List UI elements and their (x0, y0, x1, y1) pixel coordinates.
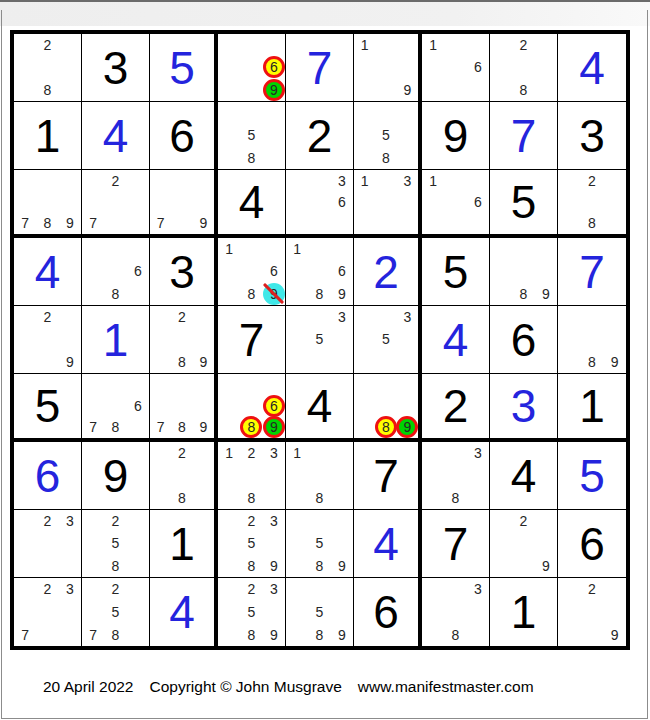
pencil-grid: 27 (82, 170, 149, 234)
pencil-digit: 8 (112, 420, 120, 434)
pencil-digit: 8 (316, 491, 324, 505)
cell-r7c4[interactable]: 1238 (218, 442, 286, 510)
cell-r5c4[interactable]: 7 (218, 306, 286, 374)
pencil-mark: 6 (127, 260, 149, 282)
pencil-digit: 8 (178, 420, 186, 434)
pencil-digit: 8 (520, 287, 528, 301)
pencil-mark: 6 (467, 191, 489, 212)
pencil-mark: 5 (240, 124, 262, 146)
pencil-mark: 3 (59, 510, 81, 532)
pencil-mark: 9 (263, 555, 285, 577)
solved-digit: 4 (14, 238, 81, 305)
cell-r1c4[interactable]: 69 (218, 34, 286, 102)
pencil-mark: 2 (240, 578, 262, 601)
given-digit: 6 (354, 578, 418, 646)
pencil-mark: 1 (286, 238, 308, 260)
pencil-grid: 38 (422, 578, 489, 646)
pencil-mark: 1 (354, 170, 375, 191)
pencil-grid: 89 (558, 306, 626, 373)
pencil-mark: 8 (104, 555, 126, 577)
pencil-digit: 8 (588, 216, 596, 230)
pencil-digit: 7 (157, 216, 165, 230)
cell-r1c6[interactable]: 19 (354, 34, 422, 102)
pencil-mark: 7 (150, 417, 171, 438)
pencil-digit: 7 (157, 420, 165, 434)
pencil-mark: 2 (240, 510, 262, 532)
pencil-mark: 3 (331, 170, 353, 191)
solved-digit: 4 (150, 578, 214, 646)
pencil-mark: 9 (193, 351, 214, 373)
footer: 20 April 2022Copyright © John Musgraveww… (43, 678, 550, 696)
pencil-grid: 28 (558, 170, 626, 234)
pencil-digit: 2 (44, 582, 52, 596)
pencil-mark: 1 (422, 170, 444, 191)
pencil-mark: 6 (263, 260, 285, 282)
given-digit: 9 (82, 442, 149, 509)
pencil-mark: 2 (171, 306, 192, 328)
pencil-mark: 5 (240, 601, 262, 624)
pencil-digit: 9 (270, 559, 278, 573)
cell-r5c1[interactable]: 29 (14, 306, 82, 374)
pencil-digit: 2 (112, 174, 120, 188)
cell-r3c9[interactable]: 28 (558, 170, 626, 238)
pencil-mark: 2 (104, 170, 126, 191)
pencil-mark: 8 (171, 487, 192, 509)
pencil-digit: 2 (112, 514, 120, 528)
pencil-digit: 6 (270, 264, 278, 278)
cell-r1c3[interactable]: 5 (150, 34, 218, 102)
pencil-grid: 29 (558, 578, 626, 646)
given-digit: 3 (150, 238, 214, 305)
pencil-digit: 1 (361, 174, 369, 188)
solved-digit: 7 (490, 102, 557, 169)
pencil-digit: 8 (112, 559, 120, 573)
cell-r4c2[interactable]: 68 (82, 238, 150, 306)
footer-website: www.manifestmaster.com (358, 678, 534, 695)
pencil-mark: 6 (467, 56, 489, 78)
given-digit: 4 (490, 442, 557, 509)
cell-r1c5[interactable]: 7 (286, 34, 354, 102)
pencil-mark: 2 (36, 34, 58, 56)
pencil-mark: 2 (512, 34, 534, 56)
pencil-mark: 9 (603, 623, 626, 646)
pencil-mark: 1 (218, 238, 240, 260)
given-digit: 2 (286, 102, 353, 169)
pencil-mark: 2 (512, 510, 534, 532)
pencil-digit: 8 (44, 83, 52, 97)
cell-r5c5[interactable]: 35 (286, 306, 354, 374)
pencil-digit: 2 (520, 514, 528, 528)
pencil-digit: 8 (316, 628, 324, 642)
cell-r2c7[interactable]: 9 (422, 102, 490, 170)
pencil-mark: 9 (263, 283, 285, 305)
pencil-grid: 589 (286, 578, 353, 646)
given-digit: 4 (286, 374, 353, 438)
cell-r7c7[interactable]: 38 (422, 442, 490, 510)
cell-r4c9[interactable]: 7 (558, 238, 626, 306)
pencil-digit: 9 (66, 216, 74, 230)
pencil-grid: 16 (422, 34, 489, 101)
pencil-mark: 3 (263, 510, 285, 532)
given-digit: 6 (150, 102, 214, 169)
pencil-grid: 29 (14, 306, 81, 373)
pencil-mark: 8 (308, 555, 330, 577)
cell-r5c7[interactable]: 4 (422, 306, 490, 374)
cell-r6c3[interactable]: 789 (150, 374, 218, 442)
solved-digit: 3 (490, 374, 557, 438)
pencil-digit: 5 (382, 332, 390, 346)
pencil-digit: 6 (134, 399, 142, 413)
pencil-digit: 9 (199, 216, 207, 230)
cell-r9c3[interactable]: 4 (150, 578, 218, 646)
pencil-mark: 8 (104, 623, 126, 646)
cell-r8c2[interactable]: 258 (82, 510, 150, 578)
solved-digit: 1 (82, 306, 149, 373)
pencil-mark: 9 (193, 417, 214, 438)
solved-digit: 5 (558, 442, 626, 509)
pencil-digit: 6 (338, 195, 346, 209)
given-digit: 2 (422, 374, 489, 438)
given-digit: 5 (14, 374, 81, 438)
pencil-digit: 8 (44, 216, 52, 230)
cell-r8c4[interactable]: 23589 (218, 510, 286, 578)
pencil-digit: 5 (316, 536, 324, 550)
pencil-digit: 2 (44, 514, 52, 528)
pencil-grid: 13 (354, 170, 418, 234)
pencil-digit: 1 (429, 38, 437, 52)
cell-r1c9[interactable]: 4 (558, 34, 626, 102)
pencil-mark: 9 (59, 213, 81, 234)
cell-r9c7[interactable]: 38 (422, 578, 490, 646)
pencil-digit: 1 (293, 446, 301, 460)
pencil-mark: 9 (397, 79, 418, 101)
pencil-digit: 1 (429, 174, 437, 188)
pencil-digit: 2 (178, 446, 186, 460)
pencil-digit: 9 (403, 420, 411, 434)
pencil-mark: 5 (375, 124, 396, 146)
given-digit: 1 (558, 374, 626, 438)
pencil-digit: 8 (588, 355, 596, 369)
cell-r2c3[interactable]: 6 (150, 102, 218, 170)
cell-r5c6[interactable]: 35 (354, 306, 422, 374)
solved-digit: 6 (14, 442, 81, 509)
pencil-grid: 79 (150, 170, 214, 234)
pencil-mark: 8 (104, 417, 126, 438)
cell-r2c1[interactable]: 1 (14, 102, 82, 170)
cell-r8c7[interactable]: 7 (422, 510, 490, 578)
cell-r2c6[interactable]: 58 (354, 102, 422, 170)
cell-r6c2[interactable]: 678 (82, 374, 150, 442)
pencil-mark: 7 (82, 623, 104, 646)
pencil-grid: 23589 (218, 510, 285, 577)
pencil-grid: 789 (14, 170, 81, 234)
cell-r3c8[interactable]: 5 (490, 170, 558, 238)
pencil-grid: 89 (354, 374, 418, 438)
cell-r9c6[interactable]: 6 (354, 578, 422, 646)
pencil-digit: 9 (611, 628, 619, 642)
cell-r2c4[interactable]: 58 (218, 102, 286, 170)
cell-r8c8[interactable]: 29 (490, 510, 558, 578)
given-digit: 1 (490, 578, 557, 646)
pencil-grid: 258 (82, 510, 149, 577)
cell-r5c3[interactable]: 289 (150, 306, 218, 374)
cell-r3c4[interactable]: 4 (218, 170, 286, 238)
cell-r3c2[interactable]: 27 (82, 170, 150, 238)
cell-r3c1[interactable]: 789 (14, 170, 82, 238)
cell-r6c9[interactable]: 1 (558, 374, 626, 442)
pencil-digit: 8 (520, 83, 528, 97)
solved-digit: 7 (286, 34, 353, 101)
pencil-grid: 678 (82, 374, 149, 438)
cell-r1c8[interactable]: 28 (490, 34, 558, 102)
pencil-mark: 9 (263, 623, 285, 646)
cell-r5c9[interactable]: 89 (558, 306, 626, 374)
cell-r5c8[interactable]: 6 (490, 306, 558, 374)
pencil-digit: 3 (338, 174, 346, 188)
cell-r6c8[interactable]: 3 (490, 374, 558, 442)
cell-r6c5[interactable]: 4 (286, 374, 354, 442)
cell-r7c2[interactable]: 9 (82, 442, 150, 510)
pencil-mark: 3 (263, 442, 285, 464)
pencil-mark: 8 (512, 79, 534, 101)
pencil-digit: 8 (248, 628, 256, 642)
pencil-digit: 1 (225, 446, 233, 460)
pencil-digit: 1 (225, 242, 233, 256)
pencil-digit: 8 (382, 151, 390, 165)
pencil-digit: 6 (134, 264, 142, 278)
cell-r8c6[interactable]: 4 (354, 510, 422, 578)
solved-digit: 4 (354, 510, 418, 577)
pencil-grid: 58 (354, 102, 418, 169)
pencil-grid: 23589 (218, 578, 285, 646)
cell-r6c1[interactable]: 5 (14, 374, 82, 442)
cell-r4c8[interactable]: 89 (490, 238, 558, 306)
pencil-mark: 2 (36, 510, 58, 532)
cell-r6c4[interactable]: 689 (218, 374, 286, 442)
pencil-grid: 28 (150, 442, 214, 509)
pencil-digit: 1 (361, 38, 369, 52)
pencil-mark: 7 (14, 623, 36, 646)
cell-r9c5[interactable]: 589 (286, 578, 354, 646)
cell-r7c8[interactable]: 4 (490, 442, 558, 510)
pencil-grid: 36 (286, 170, 353, 234)
pencil-digit: 3 (474, 582, 482, 596)
pencil-grid: 689 (218, 374, 285, 438)
pencil-mark: 8 (171, 417, 192, 438)
pencil-mark: 8 (444, 623, 466, 646)
pencil-mark: 6 (127, 395, 149, 416)
cell-r4c6[interactable]: 2 (354, 238, 422, 306)
cell-r9c1[interactable]: 237 (14, 578, 82, 646)
cell-r4c3[interactable]: 3 (150, 238, 218, 306)
pencil-grid: 58 (218, 102, 285, 169)
pencil-mark: 5 (104, 532, 126, 554)
cell-r7c9[interactable]: 5 (558, 442, 626, 510)
pencil-mark: 3 (263, 578, 285, 601)
cell-r8c1[interactable]: 23 (14, 510, 82, 578)
cell-r7c3[interactable]: 28 (150, 442, 218, 510)
solved-digit: 4 (82, 102, 149, 169)
cell-r2c2[interactable]: 4 (82, 102, 150, 170)
cell-r4c7[interactable]: 5 (422, 238, 490, 306)
pencil-mark: 8 (240, 487, 262, 509)
pencil-digit: 8 (248, 420, 256, 434)
pencil-digit: 9 (338, 628, 346, 642)
given-digit: 1 (14, 102, 81, 169)
cell-r9c9[interactable]: 29 (558, 578, 626, 646)
pencil-mark: 2 (581, 578, 604, 601)
pencil-digit: 8 (452, 628, 460, 642)
pencil-digit: 3 (270, 446, 278, 460)
cell-r2c5[interactable]: 2 (286, 102, 354, 170)
pencil-mark: 8 (444, 487, 466, 509)
pencil-grid: 18 (286, 442, 353, 509)
pencil-grid: 35 (286, 306, 353, 373)
cell-r1c2[interactable]: 3 (82, 34, 150, 102)
pencil-mark: 2 (581, 170, 604, 191)
pencil-digit: 5 (112, 536, 120, 550)
pencil-mark: 8 (240, 283, 262, 305)
pencil-digit: 2 (178, 310, 186, 324)
pencil-mark: 9 (59, 351, 81, 373)
pencil-mark: 5 (104, 601, 126, 624)
pencil-mark: 9 (331, 283, 353, 305)
cell-r2c9[interactable]: 3 (558, 102, 626, 170)
cell-r7c5[interactable]: 18 (286, 442, 354, 510)
pencil-mark: 8 (375, 417, 396, 438)
pencil-mark: 1 (286, 442, 308, 464)
pencil-mark: 7 (150, 213, 171, 234)
pencil-mark: 8 (36, 213, 58, 234)
solved-digit: 4 (422, 306, 489, 373)
pencil-digit: 2 (44, 38, 52, 52)
pencil-grid: 69 (218, 34, 285, 101)
pencil-mark: 8 (171, 351, 192, 373)
pencil-digit: 8 (248, 287, 256, 301)
pencil-digit: 3 (66, 514, 74, 528)
pencil-grid: 35 (354, 306, 418, 373)
pencil-mark: 3 (467, 578, 489, 601)
cell-r5c2[interactable]: 1 (82, 306, 150, 374)
pencil-digit: 9 (403, 83, 411, 97)
pencil-digit: 8 (248, 559, 256, 573)
pencil-digit: 9 (542, 559, 550, 573)
pencil-digit: 9 (338, 287, 346, 301)
pencil-mark: 2 (104, 510, 126, 532)
solved-digit: 7 (558, 238, 626, 305)
cell-r1c7[interactable]: 16 (422, 34, 490, 102)
pencil-digit: 3 (403, 174, 411, 188)
pencil-mark: 3 (331, 306, 353, 328)
pencil-mark: 8 (581, 351, 604, 373)
pencil-digit: 3 (474, 446, 482, 460)
pencil-mark: 8 (308, 623, 330, 646)
pencil-mark: 6 (263, 395, 285, 416)
cell-r7c1[interactable]: 6 (14, 442, 82, 510)
cell-r6c7[interactable]: 2 (422, 374, 490, 442)
pencil-grid: 68 (82, 238, 149, 305)
pencil-mark: 8 (240, 417, 262, 438)
pencil-mark: 6 (331, 260, 353, 282)
given-digit: 7 (218, 306, 285, 373)
cell-r3c6[interactable]: 13 (354, 170, 422, 238)
cell-r7c6[interactable]: 7 (354, 442, 422, 510)
pencil-digit: 7 (21, 216, 29, 230)
cell-r4c4[interactable]: 1689 (218, 238, 286, 306)
pencil-digit: 7 (89, 420, 97, 434)
pencil-grid: 1238 (218, 442, 285, 509)
pencil-digit: 2 (520, 38, 528, 52)
pencil-digit: 5 (248, 536, 256, 550)
pencil-digit: 8 (248, 151, 256, 165)
pencil-mark: 3 (467, 442, 489, 464)
cell-r4c5[interactable]: 1689 (286, 238, 354, 306)
pencil-mark: 1 (218, 442, 240, 464)
pencil-digit: 3 (270, 582, 278, 596)
given-digit: 7 (422, 510, 489, 577)
pencil-grid: 2578 (82, 578, 149, 646)
cell-r8c5[interactable]: 589 (286, 510, 354, 578)
pencil-mark: 6 (331, 191, 353, 212)
pencil-digit: 8 (112, 628, 120, 642)
solved-digit: 5 (150, 34, 214, 101)
footer-copyright: Copyright © John Musgrave (150, 678, 342, 695)
pencil-mark: 5 (308, 328, 330, 350)
pencil-grid: 29 (490, 510, 557, 577)
cell-r8c9[interactable]: 6 (558, 510, 626, 578)
cell-r9c8[interactable]: 1 (490, 578, 558, 646)
pencil-digit: 5 (248, 605, 256, 619)
solved-digit: 4 (558, 34, 626, 101)
cell-r4c1[interactable]: 4 (14, 238, 82, 306)
pencil-mark: 8 (104, 283, 126, 305)
pencil-mark: 9 (263, 417, 285, 438)
given-digit: 5 (490, 170, 557, 234)
pencil-grid: 38 (422, 442, 489, 509)
pencil-mark: 2 (240, 442, 262, 464)
pencil-digit: 9 (542, 287, 550, 301)
cell-r3c3[interactable]: 79 (150, 170, 218, 238)
window-top-bar (0, 0, 650, 26)
pencil-grid: 23 (14, 510, 81, 577)
given-digit: 5 (422, 238, 489, 305)
pencil-mark: 3 (397, 306, 418, 328)
pencil-digit: 9 (338, 559, 346, 573)
pencil-digit: 8 (178, 355, 186, 369)
cell-r3c7[interactable]: 16 (422, 170, 490, 238)
pencil-mark: 9 (331, 555, 353, 577)
pencil-grid: 28 (490, 34, 557, 101)
cell-r8c3[interactable]: 1 (150, 510, 218, 578)
pencil-mark: 8 (240, 555, 262, 577)
pencil-mark: 8 (581, 213, 604, 234)
cell-r9c4[interactable]: 23589 (218, 578, 286, 646)
pencil-mark: 2 (171, 442, 192, 464)
pencil-mark: 9 (535, 555, 557, 577)
cell-r1c1[interactable]: 28 (14, 34, 82, 102)
pencil-digit: 6 (474, 195, 482, 209)
cell-r9c2[interactable]: 2578 (82, 578, 150, 646)
pencil-digit: 2 (112, 582, 120, 596)
cell-r3c5[interactable]: 36 (286, 170, 354, 238)
cell-r2c8[interactable]: 7 (490, 102, 558, 170)
pencil-mark: 5 (240, 532, 262, 554)
cell-r6c6[interactable]: 89 (354, 374, 422, 442)
pencil-mark: 8 (375, 147, 396, 169)
pencil-mark: 8 (512, 283, 534, 305)
pencil-digit: 1 (293, 242, 301, 256)
given-digit: 7 (354, 442, 418, 509)
